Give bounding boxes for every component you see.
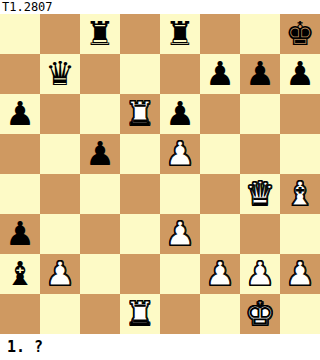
square-c3[interactable] [80,214,120,254]
white-queen: ♛ [245,174,275,214]
square-b2[interactable]: ♟ [40,254,80,294]
square-f3[interactable] [200,214,240,254]
square-d3[interactable] [120,214,160,254]
square-e7[interactable] [160,54,200,94]
square-g4[interactable]: ♛ [240,174,280,214]
move-prompt: 1. ? [0,334,320,360]
black-pawn: ♟ [205,54,235,94]
black-pawn: ♟ [165,94,195,134]
square-f7[interactable]: ♟ [200,54,240,94]
white-pawn: ♟ [165,214,195,254]
square-a8[interactable] [0,14,40,54]
square-h4[interactable]: ♝ [280,174,320,214]
square-e5[interactable]: ♟ [160,134,200,174]
square-d5[interactable] [120,134,160,174]
square-d8[interactable] [120,14,160,54]
square-e4[interactable] [160,174,200,214]
black-pawn: ♟ [5,94,35,134]
square-g1[interactable]: ♚ [240,294,280,334]
white-pawn: ♟ [45,254,75,294]
black-bishop: ♝ [5,254,35,294]
square-d7[interactable] [120,54,160,94]
square-g8[interactable] [240,14,280,54]
square-b6[interactable] [40,94,80,134]
square-g6[interactable] [240,94,280,134]
black-pawn: ♟ [85,134,115,174]
square-h3[interactable] [280,214,320,254]
square-f2[interactable]: ♟ [200,254,240,294]
black-rook: ♜ [85,14,115,54]
square-d2[interactable] [120,254,160,294]
square-b5[interactable] [40,134,80,174]
square-d4[interactable] [120,174,160,214]
square-a4[interactable] [0,174,40,214]
square-b1[interactable] [40,294,80,334]
white-rook: ♜ [125,94,155,134]
square-b3[interactable] [40,214,80,254]
white-king: ♚ [245,294,275,334]
square-a6[interactable]: ♟ [0,94,40,134]
square-g7[interactable]: ♟ [240,54,280,94]
square-d1[interactable]: ♜ [120,294,160,334]
square-g3[interactable] [240,214,280,254]
square-a3[interactable]: ♟ [0,214,40,254]
square-a7[interactable] [0,54,40,94]
square-h6[interactable] [280,94,320,134]
white-pawn: ♟ [245,254,275,294]
puzzle-id-title: T1.2807 [0,0,320,14]
square-f8[interactable] [200,14,240,54]
square-c5[interactable]: ♟ [80,134,120,174]
square-f5[interactable] [200,134,240,174]
square-h7[interactable]: ♟ [280,54,320,94]
square-c6[interactable] [80,94,120,134]
black-pawn: ♟ [5,214,35,254]
square-a2[interactable]: ♝ [0,254,40,294]
square-c8[interactable]: ♜ [80,14,120,54]
square-e3[interactable]: ♟ [160,214,200,254]
square-h2[interactable]: ♟ [280,254,320,294]
square-d6[interactable]: ♜ [120,94,160,134]
square-f4[interactable] [200,174,240,214]
black-rook: ♜ [165,14,195,54]
square-g2[interactable]: ♟ [240,254,280,294]
black-queen: ♛ [45,54,75,94]
square-e8[interactable]: ♜ [160,14,200,54]
black-king: ♚ [285,14,315,54]
square-c1[interactable] [80,294,120,334]
white-pawn: ♟ [165,134,195,174]
square-g5[interactable] [240,134,280,174]
square-h1[interactable] [280,294,320,334]
square-f1[interactable] [200,294,240,334]
square-e2[interactable] [160,254,200,294]
square-e6[interactable]: ♟ [160,94,200,134]
square-h5[interactable] [280,134,320,174]
square-c7[interactable] [80,54,120,94]
white-rook: ♜ [125,294,155,334]
square-a1[interactable] [0,294,40,334]
square-a5[interactable] [0,134,40,174]
square-h8[interactable]: ♚ [280,14,320,54]
black-pawn: ♟ [245,54,275,94]
square-f6[interactable] [200,94,240,134]
white-pawn: ♟ [205,254,235,294]
black-pawn: ♟ [285,54,315,94]
square-b8[interactable] [40,14,80,54]
square-e1[interactable] [160,294,200,334]
square-c2[interactable] [80,254,120,294]
chess-board: ♜♜♚♛♟♟♟♟♜♟♟♟♛♝♟♟♝♟♟♟♟♜♚ [0,14,320,334]
white-pawn: ♟ [285,254,315,294]
square-c4[interactable] [80,174,120,214]
square-b4[interactable] [40,174,80,214]
white-bishop: ♝ [285,174,315,214]
square-b7[interactable]: ♛ [40,54,80,94]
